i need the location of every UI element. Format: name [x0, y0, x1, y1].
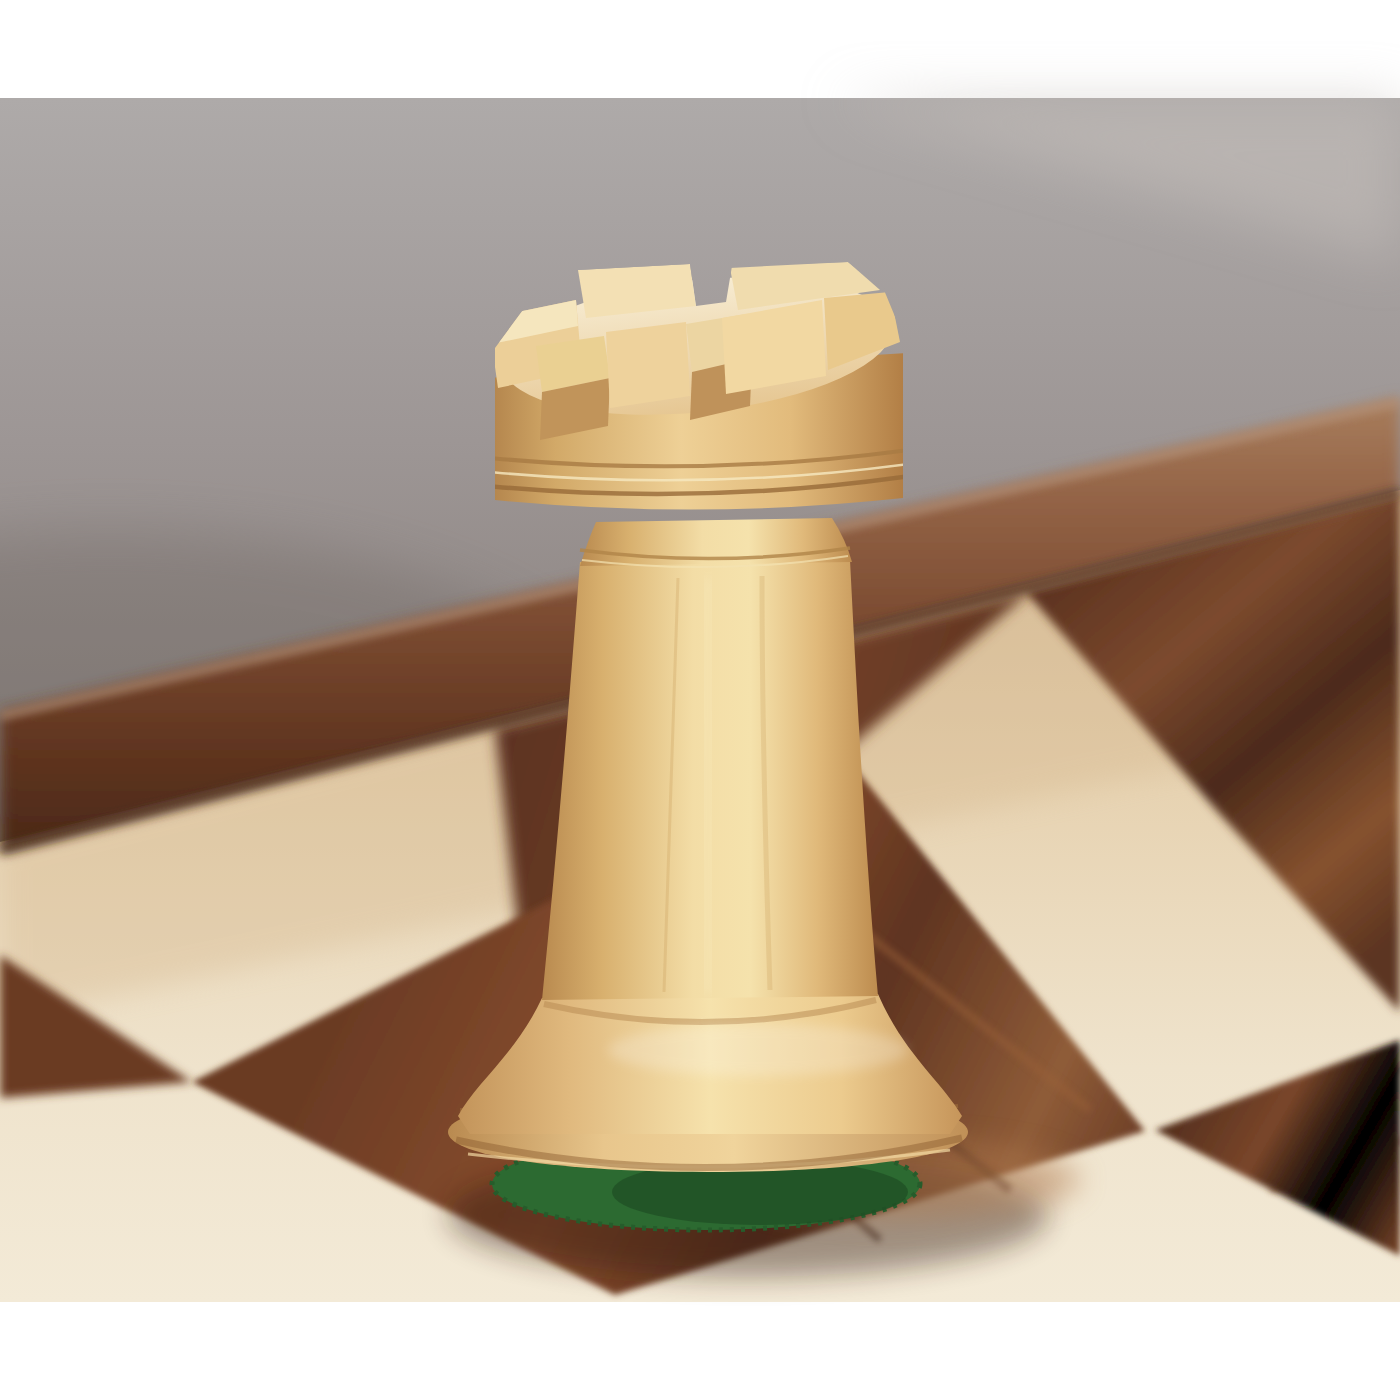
- center-merlon: [606, 322, 690, 408]
- neck-collar: [580, 518, 852, 567]
- base-bell: [458, 994, 962, 1134]
- photo-stage: White Staunton rook on rosewood chessboa…: [0, 0, 1400, 1400]
- white-rook-piece: White boxwood Staunton rook with green f…: [428, 248, 990, 1262]
- shaft: [542, 560, 878, 1000]
- bell-specular-highlight: [608, 1024, 908, 1076]
- crown: [486, 260, 912, 523]
- shaft-highlight: [706, 578, 710, 994]
